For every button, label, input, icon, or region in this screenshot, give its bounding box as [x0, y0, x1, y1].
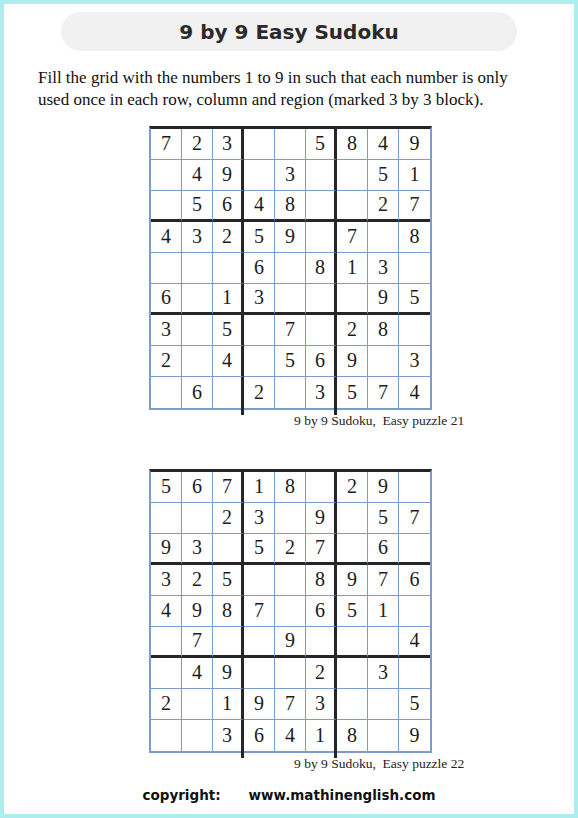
- sudoku-cell-r3c4: 4: [244, 191, 275, 222]
- sudoku-cell-r5c8: 1: [368, 596, 399, 627]
- sudoku-cell-r8c7: 9: [337, 346, 368, 377]
- region-line-tick: [334, 408, 337, 415]
- sudoku-cell-r9c9: 4: [399, 377, 430, 408]
- sudoku-cell-r2c6: 9: [306, 503, 337, 534]
- worksheet-page: 9 by 9 Easy Sudoku Fill the grid with th…: [0, 0, 578, 818]
- sudoku-cell-r9c8: 7: [368, 377, 399, 408]
- sudoku-cell-r4c2: 3: [182, 222, 213, 253]
- sudoku-cell-r4c1: 4: [151, 222, 182, 253]
- sudoku-cell-r3c2: 3: [182, 534, 213, 565]
- sudoku-cell-r3c1: 9: [151, 534, 182, 565]
- sudoku-cell-r9c4: 2: [244, 377, 275, 408]
- sudoku-cell-r3c9[interactable]: [399, 534, 430, 565]
- puzzle-caption-22: 9 by 9 Sudoku, Easy puzzle 22: [294, 756, 574, 772]
- sudoku-cell-r6c8: 9: [368, 284, 399, 315]
- sudoku-cell-r8c3: 1: [213, 689, 244, 720]
- sudoku-cell-r9c9: 9: [399, 720, 430, 751]
- sudoku-cell-r8c4[interactable]: [244, 346, 275, 377]
- sudoku-cell-r4c9: 8: [399, 222, 430, 253]
- sudoku-cell-r6c3: 1: [213, 284, 244, 315]
- sudoku-cell-r8c5: 7: [275, 689, 306, 720]
- sudoku-cell-r9c5: 4: [275, 720, 306, 751]
- sudoku-cell-r2c1[interactable]: [151, 160, 182, 191]
- sudoku-cell-r8c1: 2: [151, 689, 182, 720]
- sudoku-cell-r3c3: 6: [213, 191, 244, 222]
- sudoku-cell-r2c3: 2: [213, 503, 244, 534]
- sudoku-cell-r2c2[interactable]: [182, 503, 213, 534]
- sudoku-cell-r9c3[interactable]: [213, 377, 244, 408]
- sudoku-cell-r5c6: 6: [306, 596, 337, 627]
- sudoku-cell-r2c3: 9: [213, 160, 244, 191]
- footer: copyright:www.mathinenglish.com: [4, 787, 574, 803]
- sudoku-cell-r3c9: 7: [399, 191, 430, 222]
- sudoku-cell-r8c3: 4: [213, 346, 244, 377]
- sudoku-cell-r4c8[interactable]: [368, 222, 399, 253]
- sudoku-cell-r9c5[interactable]: [275, 377, 306, 408]
- sudoku-cell-r9c7: 5: [337, 377, 368, 408]
- sudoku-cell-r6c3[interactable]: [213, 627, 244, 658]
- sudoku-cell-r2c4[interactable]: [244, 160, 275, 191]
- sudoku-cell-r4c8: 7: [368, 565, 399, 596]
- sudoku-cell-r9c6: 1: [306, 720, 337, 751]
- sudoku-cell-r4c5: 9: [275, 222, 306, 253]
- sudoku-cell-r3c3[interactable]: [213, 534, 244, 565]
- puzzle-21: 7235849493515648274325978681361395357282…: [149, 126, 574, 429]
- sudoku-cell-r5c8: 3: [368, 253, 399, 284]
- sudoku-cell-r8c2[interactable]: [182, 346, 213, 377]
- sudoku-cell-r1c2: 6: [182, 472, 213, 503]
- sudoku-cell-r5c1: 4: [151, 596, 182, 627]
- sudoku-cell-r1c5[interactable]: [275, 129, 306, 160]
- sudoku-cell-r8c6: 6: [306, 346, 337, 377]
- sudoku-cell-r6c5[interactable]: [275, 284, 306, 315]
- sudoku-cell-r5c2: 9: [182, 596, 213, 627]
- copyright-label: copyright:: [142, 787, 220, 803]
- sudoku-cell-r1c9: 9: [399, 129, 430, 160]
- sudoku-cell-r8c7[interactable]: [337, 689, 368, 720]
- sudoku-cell-r3c4: 5: [244, 534, 275, 565]
- sudoku-cell-r4c2: 2: [182, 565, 213, 596]
- sudoku-cell-r3c2: 5: [182, 191, 213, 222]
- page-title: 9 by 9 Easy Sudoku: [61, 12, 517, 51]
- sudoku-cell-r1c3: 3: [213, 129, 244, 160]
- sudoku-cell-r6c2[interactable]: [182, 284, 213, 315]
- sudoku-cell-r5c9[interactable]: [399, 253, 430, 284]
- instructions-text: Fill the grid with the numbers 1 to 9 in…: [38, 67, 540, 111]
- sudoku-cell-r6c9: 5: [399, 284, 430, 315]
- sudoku-cell-r6c5: 9: [275, 627, 306, 658]
- sudoku-cell-r5c4: 7: [244, 596, 275, 627]
- sudoku-cell-r3c8: 6: [368, 534, 399, 565]
- sudoku-cell-r3c1[interactable]: [151, 191, 182, 222]
- sudoku-cell-r7c2: 4: [182, 658, 213, 689]
- sudoku-cell-r9c2[interactable]: [182, 720, 213, 751]
- sudoku-cell-r7c7: 2: [337, 315, 368, 346]
- sudoku-cell-r1c6[interactable]: [306, 472, 337, 503]
- sudoku-cell-r4c5[interactable]: [275, 565, 306, 596]
- sudoku-cell-r5c7: 1: [337, 253, 368, 284]
- sudoku-cell-r7c9[interactable]: [399, 315, 430, 346]
- sudoku-cell-r8c8[interactable]: [368, 346, 399, 377]
- sudoku-cell-r6c7[interactable]: [337, 627, 368, 658]
- sudoku-cell-r7c1: 3: [151, 315, 182, 346]
- sudoku-cell-r4c1: 3: [151, 565, 182, 596]
- sudoku-cell-r6c2: 7: [182, 627, 213, 658]
- sudoku-cell-r7c9[interactable]: [399, 658, 430, 689]
- sudoku-cell-r2c8: 5: [368, 503, 399, 534]
- sudoku-cell-r7c3: 9: [213, 658, 244, 689]
- sudoku-cell-r2c9: 1: [399, 160, 430, 191]
- sudoku-cell-r2c5[interactable]: [275, 503, 306, 534]
- puzzle-caption-21: 9 by 9 Sudoku, Easy puzzle 21: [294, 413, 574, 429]
- sudoku-cell-r3c8: 2: [368, 191, 399, 222]
- sudoku-cell-r5c2[interactable]: [182, 253, 213, 284]
- sudoku-cell-r5c3[interactable]: [213, 253, 244, 284]
- sudoku-cell-r6c4: 3: [244, 284, 275, 315]
- sudoku-cell-r9c1[interactable]: [151, 377, 182, 408]
- sudoku-cell-r7c6: 2: [306, 658, 337, 689]
- sudoku-cell-r1c5: 8: [275, 472, 306, 503]
- sudoku-cell-r7c5: 7: [275, 315, 306, 346]
- sudoku-cell-r9c2: 6: [182, 377, 213, 408]
- sudoku-cell-r5c9[interactable]: [399, 596, 430, 627]
- sudoku-cell-r7c2[interactable]: [182, 315, 213, 346]
- page-title-text: 9 by 9 Easy Sudoku: [179, 20, 398, 44]
- sudoku-cell-r2c1[interactable]: [151, 503, 182, 534]
- sudoku-cell-r7c1[interactable]: [151, 658, 182, 689]
- sudoku-cell-r4c9: 6: [399, 565, 430, 596]
- sudoku-cell-r1c7: 8: [337, 129, 368, 160]
- sudoku-cell-r6c6[interactable]: [306, 627, 337, 658]
- sudoku-cell-r3c7[interactable]: [337, 534, 368, 565]
- sudoku-cell-r7c6[interactable]: [306, 315, 337, 346]
- sudoku-cell-r8c1: 2: [151, 346, 182, 377]
- website-link[interactable]: www.mathinenglish.com: [249, 787, 436, 803]
- sudoku-cell-r3c6: 7: [306, 534, 337, 565]
- sudoku-cell-r6c1: 6: [151, 284, 182, 315]
- sudoku-cell-r4c6: 8: [306, 565, 337, 596]
- region-line-tick: [241, 408, 244, 415]
- sudoku-cell-r1c1: 7: [151, 129, 182, 160]
- sudoku-grid-puzzle-22: 5671829239579352763258976498765179449232…: [149, 469, 432, 753]
- sudoku-cell-r7c7[interactable]: [337, 658, 368, 689]
- sudoku-cell-r1c4: 1: [244, 472, 275, 503]
- sudoku-cell-r7c4[interactable]: [244, 315, 275, 346]
- sudoku-cell-r8c8[interactable]: [368, 689, 399, 720]
- sudoku-cell-r1c7: 2: [337, 472, 368, 503]
- sudoku-cell-r6c1[interactable]: [151, 627, 182, 658]
- sudoku-cell-r4c7: 9: [337, 565, 368, 596]
- sudoku-cell-r4c4: 5: [244, 222, 275, 253]
- sudoku-cell-r2c7[interactable]: [337, 160, 368, 191]
- sudoku-grid-puzzle-21: 7235849493515648274325978681361395357282…: [149, 126, 432, 410]
- sudoku-cell-r5c3: 8: [213, 596, 244, 627]
- sudoku-cell-r1c8: 4: [368, 129, 399, 160]
- sudoku-cell-r8c6: 3: [306, 689, 337, 720]
- sudoku-cell-r7c5[interactable]: [275, 658, 306, 689]
- sudoku-cell-r6c8[interactable]: [368, 627, 399, 658]
- sudoku-cell-r5c5[interactable]: [275, 253, 306, 284]
- sudoku-cell-r3c6[interactable]: [306, 191, 337, 222]
- sudoku-cell-r5c1[interactable]: [151, 253, 182, 284]
- sudoku-cell-r3c7[interactable]: [337, 191, 368, 222]
- sudoku-cell-r6c6[interactable]: [306, 284, 337, 315]
- sudoku-cell-r7c8: 8: [368, 315, 399, 346]
- sudoku-cell-r8c9: 3: [399, 346, 430, 377]
- sudoku-cell-r4c6[interactable]: [306, 222, 337, 253]
- sudoku-cell-r5c4: 6: [244, 253, 275, 284]
- sudoku-cell-r3c5: 2: [275, 534, 306, 565]
- sudoku-cell-r8c5: 5: [275, 346, 306, 377]
- sudoku-cell-r1c2: 2: [182, 129, 213, 160]
- sudoku-cell-r4c4[interactable]: [244, 565, 275, 596]
- sudoku-cell-r6c9: 4: [399, 627, 430, 658]
- sudoku-cell-r4c3: 2: [213, 222, 244, 253]
- sudoku-cell-r4c7: 7: [337, 222, 368, 253]
- sudoku-cell-r2c2: 4: [182, 160, 213, 191]
- region-line-tick: [241, 751, 244, 758]
- sudoku-cell-r6c7[interactable]: [337, 284, 368, 315]
- sudoku-cell-r7c8: 3: [368, 658, 399, 689]
- sudoku-cell-r9c8[interactable]: [368, 720, 399, 751]
- sudoku-cell-r2c7[interactable]: [337, 503, 368, 534]
- sudoku-cell-r2c6[interactable]: [306, 160, 337, 191]
- sudoku-cell-r9c4: 6: [244, 720, 275, 751]
- sudoku-cell-r9c1[interactable]: [151, 720, 182, 751]
- sudoku-cell-r7c3: 5: [213, 315, 244, 346]
- sudoku-cell-r5c5[interactable]: [275, 596, 306, 627]
- sudoku-cell-r3c5: 8: [275, 191, 306, 222]
- puzzle-22: 5671829239579352763258976498765179449232…: [149, 469, 574, 772]
- sudoku-cell-r6c4[interactable]: [244, 627, 275, 658]
- sudoku-cell-r8c4: 9: [244, 689, 275, 720]
- sudoku-cell-r2c5: 3: [275, 160, 306, 191]
- sudoku-cell-r9c3: 3: [213, 720, 244, 751]
- region-line-tick: [334, 751, 337, 758]
- sudoku-cell-r1c1: 5: [151, 472, 182, 503]
- sudoku-cell-r8c2[interactable]: [182, 689, 213, 720]
- sudoku-cell-r9c6: 3: [306, 377, 337, 408]
- sudoku-cell-r9c7: 8: [337, 720, 368, 751]
- sudoku-cell-r1c6: 5: [306, 129, 337, 160]
- sudoku-cell-r1c9[interactable]: [399, 472, 430, 503]
- sudoku-cell-r2c8: 5: [368, 160, 399, 191]
- sudoku-cell-r5c7: 5: [337, 596, 368, 627]
- sudoku-cell-r7c4[interactable]: [244, 658, 275, 689]
- sudoku-cell-r2c4: 3: [244, 503, 275, 534]
- sudoku-cell-r1c8: 9: [368, 472, 399, 503]
- sudoku-cell-r4c3: 5: [213, 565, 244, 596]
- sudoku-cell-r2c9: 7: [399, 503, 430, 534]
- sudoku-cell-r1c3: 7: [213, 472, 244, 503]
- sudoku-cell-r5c6: 8: [306, 253, 337, 284]
- sudoku-cell-r8c9: 5: [399, 689, 430, 720]
- sudoku-cell-r1c4[interactable]: [244, 129, 275, 160]
